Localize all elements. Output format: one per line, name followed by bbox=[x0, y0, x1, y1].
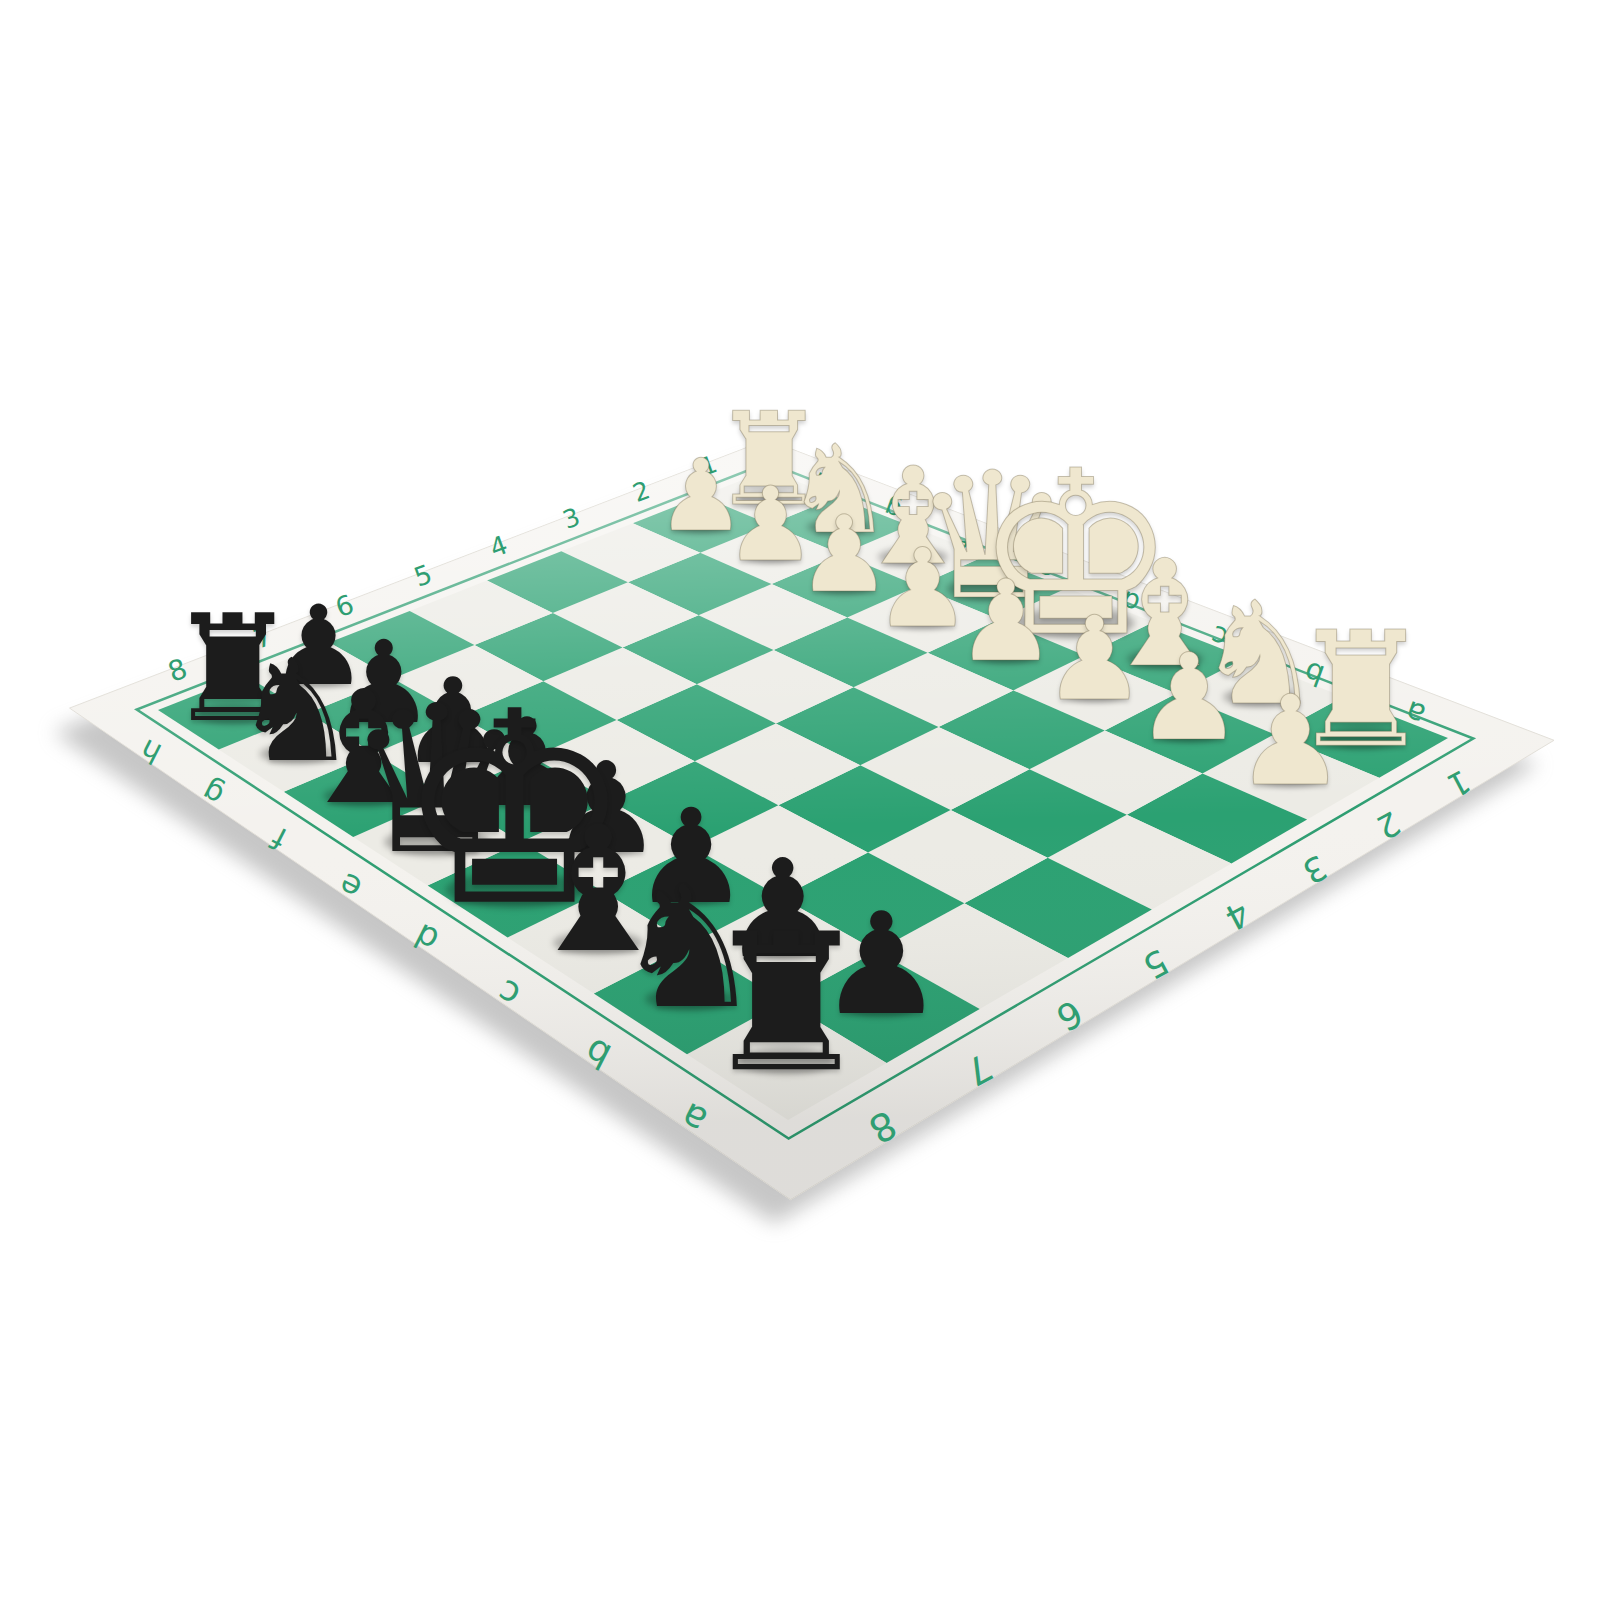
pieces-layer: ♜♞♝♛♚♝♞♜♟♟♟♟♟♟♟♟♟♟♟♟♟♟♟♟♜♞♝♛♚♝♞♜ bbox=[0, 0, 1600, 1600]
piece-black-rook[interactable]: ♜ bbox=[701, 909, 871, 1099]
piece-white-pawn[interactable]: ♟ bbox=[1042, 601, 1146, 717]
piece-white-pawn[interactable]: ♟ bbox=[955, 566, 1056, 678]
piece-white-pawn[interactable]: ♟ bbox=[1135, 638, 1243, 758]
piece-white-pawn[interactable]: ♟ bbox=[1235, 678, 1346, 802]
product-photo-stage: 11hh22gg33ff44ee55dd66cc77bb88aa ♜♞♝♛♚♝♞… bbox=[0, 0, 1600, 1600]
